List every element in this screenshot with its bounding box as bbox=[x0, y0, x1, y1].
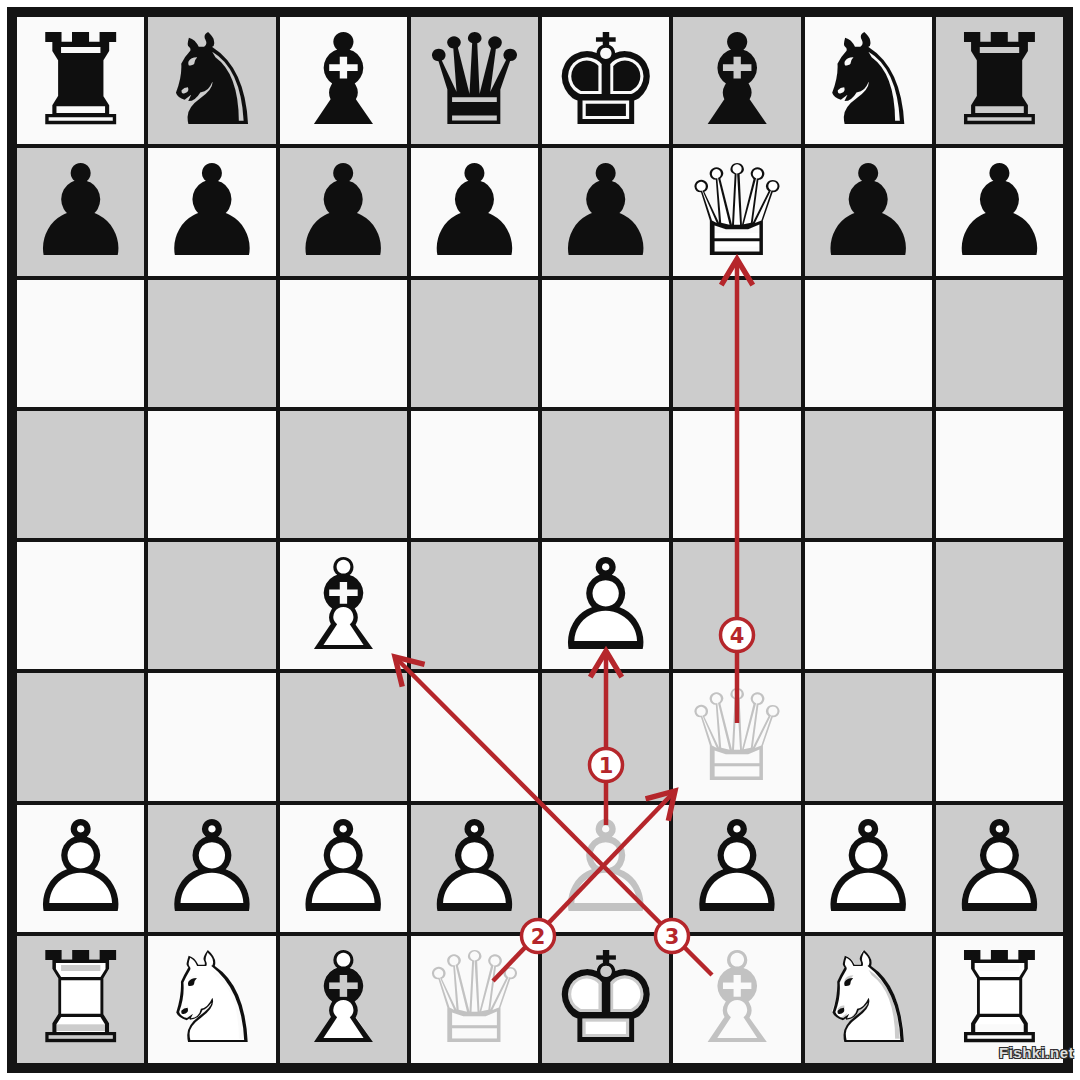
square-h4 bbox=[936, 542, 1063, 669]
piece-white-knight-b1: ♘ bbox=[148, 936, 275, 1063]
square-a2: ♟♙ bbox=[17, 805, 144, 932]
square-f5 bbox=[673, 411, 800, 538]
piece-black-knight-g8: ♞ bbox=[805, 17, 932, 144]
square-e7: ♟ bbox=[542, 148, 669, 275]
piece-white-pawn-g2: ♙ bbox=[805, 805, 932, 932]
square-e2: ♙ bbox=[542, 805, 669, 932]
piece-black-knight-b8: ♞ bbox=[148, 17, 275, 144]
ghost-white-queen-f3: ♕ bbox=[673, 673, 800, 800]
square-d7: ♟ bbox=[411, 148, 538, 275]
square-e1: ♚♔ bbox=[542, 936, 669, 1063]
piece-white-pawn-c2: ♙ bbox=[280, 805, 407, 932]
watermark: Fishki.net bbox=[999, 1044, 1074, 1061]
square-c3 bbox=[280, 673, 407, 800]
piece-white-pawn-d2: ♙ bbox=[411, 805, 538, 932]
square-e3 bbox=[542, 673, 669, 800]
square-e6 bbox=[542, 280, 669, 407]
square-b2: ♟♙ bbox=[148, 805, 275, 932]
square-b1: ♞♘ bbox=[148, 936, 275, 1063]
square-a1: ♜♖ bbox=[17, 936, 144, 1063]
chess-board: ♜♞♝♛♚♝♞♜♟♟♟♟♟♛♕♟♟♝♗♟♙♕♟♙♟♙♟♙♟♙♙♟♙♟♙♟♙♜♖♞… bbox=[17, 17, 1063, 1063]
square-g4 bbox=[805, 542, 932, 669]
piece-white-pawn-fill-h2: ♟ bbox=[936, 805, 1063, 932]
square-a4 bbox=[17, 542, 144, 669]
square-f1: ♗ bbox=[673, 936, 800, 1063]
square-f7: ♛♕ bbox=[673, 148, 800, 275]
square-f2: ♟♙ bbox=[673, 805, 800, 932]
piece-white-pawn-fill-e4: ♟ bbox=[542, 542, 669, 669]
square-c1: ♝♗ bbox=[280, 936, 407, 1063]
piece-white-knight-g1: ♘ bbox=[805, 936, 932, 1063]
square-a7: ♟ bbox=[17, 148, 144, 275]
piece-white-pawn-e4: ♙ bbox=[542, 542, 669, 669]
square-c5 bbox=[280, 411, 407, 538]
square-c4: ♝♗ bbox=[280, 542, 407, 669]
piece-white-pawn-fill-c2: ♟ bbox=[280, 805, 407, 932]
square-d1: ♕ bbox=[411, 936, 538, 1063]
board-frame: ♜♞♝♛♚♝♞♜♟♟♟♟♟♛♕♟♟♝♗♟♙♕♟♙♟♙♟♙♟♙♙♟♙♟♙♟♙♜♖♞… bbox=[7, 7, 1073, 1073]
piece-white-bishop-c4: ♗ bbox=[280, 542, 407, 669]
square-f6 bbox=[673, 280, 800, 407]
square-f8: ♝ bbox=[673, 17, 800, 144]
scholars-mate-diagram: ♜♞♝♛♚♝♞♜♟♟♟♟♟♛♕♟♟♝♗♟♙♕♟♙♟♙♟♙♟♙♙♟♙♟♙♟♙♜♖♞… bbox=[0, 0, 1080, 1080]
square-d5 bbox=[411, 411, 538, 538]
piece-black-pawn-g7: ♟ bbox=[805, 148, 932, 275]
square-b8: ♞ bbox=[148, 17, 275, 144]
piece-white-knight-fill-g1: ♞ bbox=[805, 936, 932, 1063]
piece-white-bishop-fill-c4: ♝ bbox=[280, 542, 407, 669]
square-h7: ♟ bbox=[936, 148, 1063, 275]
square-c6 bbox=[280, 280, 407, 407]
piece-white-rook-fill-a1: ♜ bbox=[17, 936, 144, 1063]
piece-black-bishop-c8: ♝ bbox=[280, 17, 407, 144]
square-g5 bbox=[805, 411, 932, 538]
square-h5 bbox=[936, 411, 1063, 538]
piece-white-pawn-f2: ♙ bbox=[673, 805, 800, 932]
square-g6 bbox=[805, 280, 932, 407]
piece-black-bishop-f8: ♝ bbox=[673, 17, 800, 144]
piece-black-rook-a8: ♜ bbox=[17, 17, 144, 144]
square-g2: ♟♙ bbox=[805, 805, 932, 932]
piece-white-pawn-fill-a2: ♟ bbox=[17, 805, 144, 932]
square-a8: ♜ bbox=[17, 17, 144, 144]
square-e5 bbox=[542, 411, 669, 538]
piece-black-pawn-e7: ♟ bbox=[542, 148, 669, 275]
piece-white-pawn-fill-g2: ♟ bbox=[805, 805, 932, 932]
piece-black-pawn-h7: ♟ bbox=[936, 148, 1063, 275]
piece-white-pawn-h2: ♙ bbox=[936, 805, 1063, 932]
square-f3: ♕ bbox=[673, 673, 800, 800]
piece-white-king-e1: ♔ bbox=[542, 936, 669, 1063]
square-h6 bbox=[936, 280, 1063, 407]
square-h3 bbox=[936, 673, 1063, 800]
square-d6 bbox=[411, 280, 538, 407]
square-d2: ♟♙ bbox=[411, 805, 538, 932]
square-b4 bbox=[148, 542, 275, 669]
piece-white-king-fill-e1: ♚ bbox=[542, 936, 669, 1063]
ghost-white-queen-d1: ♕ bbox=[411, 936, 538, 1063]
square-c7: ♟ bbox=[280, 148, 407, 275]
piece-white-knight-fill-b1: ♞ bbox=[148, 936, 275, 1063]
square-c2: ♟♙ bbox=[280, 805, 407, 932]
square-d4 bbox=[411, 542, 538, 669]
square-e4: ♟♙ bbox=[542, 542, 669, 669]
piece-black-king-e8: ♚ bbox=[542, 17, 669, 144]
square-f4 bbox=[673, 542, 800, 669]
square-b5 bbox=[148, 411, 275, 538]
square-g3 bbox=[805, 673, 932, 800]
piece-black-pawn-d7: ♟ bbox=[411, 148, 538, 275]
square-b3 bbox=[148, 673, 275, 800]
piece-white-pawn-fill-b2: ♟ bbox=[148, 805, 275, 932]
piece-white-rook-a1: ♖ bbox=[17, 936, 144, 1063]
square-e8: ♚ bbox=[542, 17, 669, 144]
piece-black-pawn-a7: ♟ bbox=[17, 148, 144, 275]
square-a5 bbox=[17, 411, 144, 538]
piece-black-rook-h8: ♜ bbox=[936, 17, 1063, 144]
square-h2: ♟♙ bbox=[936, 805, 1063, 932]
piece-white-pawn-fill-d2: ♟ bbox=[411, 805, 538, 932]
square-b7: ♟ bbox=[148, 148, 275, 275]
ghost-white-pawn-e2: ♙ bbox=[542, 805, 669, 932]
square-h8: ♜ bbox=[936, 17, 1063, 144]
piece-white-bishop-c1: ♗ bbox=[280, 936, 407, 1063]
ghost-white-bishop-f1: ♗ bbox=[673, 936, 800, 1063]
square-d8: ♛ bbox=[411, 17, 538, 144]
piece-black-queen-d8: ♛ bbox=[411, 17, 538, 144]
square-d3 bbox=[411, 673, 538, 800]
piece-black-pawn-c7: ♟ bbox=[280, 148, 407, 275]
square-b6 bbox=[148, 280, 275, 407]
piece-white-pawn-b2: ♙ bbox=[148, 805, 275, 932]
piece-white-bishop-fill-c1: ♝ bbox=[280, 936, 407, 1063]
piece-black-pawn-b7: ♟ bbox=[148, 148, 275, 275]
square-a6 bbox=[17, 280, 144, 407]
square-g1: ♞♘ bbox=[805, 936, 932, 1063]
piece-white-pawn-a2: ♙ bbox=[17, 805, 144, 932]
piece-white-queen-f7: ♕ bbox=[673, 148, 800, 275]
piece-white-pawn-fill-f2: ♟ bbox=[673, 805, 800, 932]
piece-white-queen-fill-f7: ♛ bbox=[673, 148, 800, 275]
square-g8: ♞ bbox=[805, 17, 932, 144]
square-c8: ♝ bbox=[280, 17, 407, 144]
square-a3 bbox=[17, 673, 144, 800]
square-g7: ♟ bbox=[805, 148, 932, 275]
